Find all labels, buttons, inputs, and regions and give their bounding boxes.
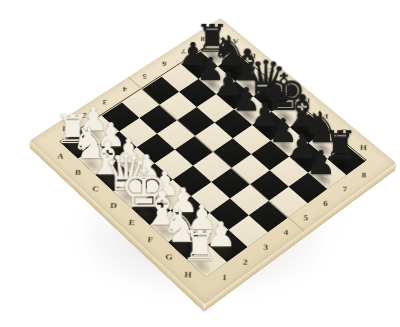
coordinate-label: 8	[353, 163, 375, 186]
coordinate-label: 6	[314, 191, 337, 214]
coordinate-label: 4	[113, 79, 136, 100]
coordinate-label: 2	[233, 249, 257, 274]
coordinate-label: 3	[254, 235, 278, 259]
white-rook-glyph: ♜	[168, 224, 231, 266]
coordinate-label: 1	[212, 264, 236, 289]
black-pawn-glyph: ♟	[290, 146, 351, 179]
coordinate-label: 4	[274, 220, 297, 244]
coordinate-label: 5	[133, 66, 156, 87]
chess-set-photo: ABCDEFGH ABCDEFGH 87654321 87654321 ♜♞♝♛…	[0, 0, 400, 327]
coordinate-label: 7	[334, 177, 356, 200]
coordinate-label: 5	[294, 206, 317, 230]
